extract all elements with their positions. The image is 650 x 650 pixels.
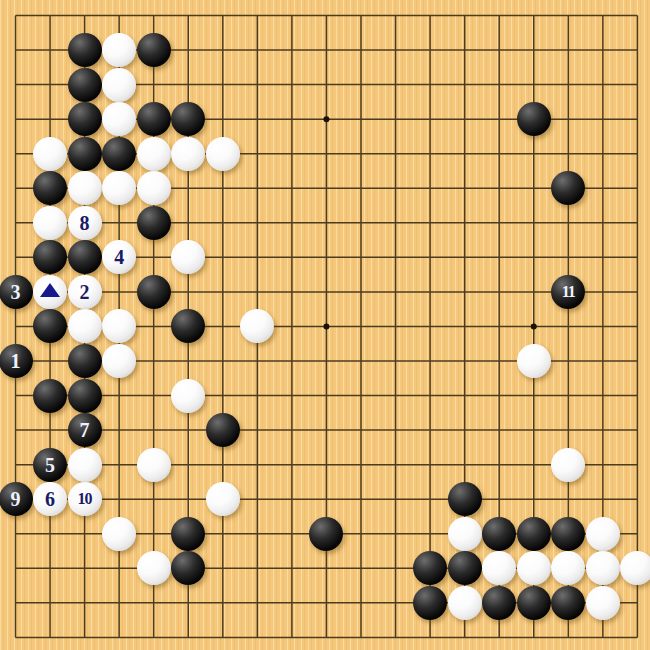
white-stone[interactable] [586,551,620,585]
triangle-marker-icon [40,283,60,297]
move-number-label: 1 [11,351,21,371]
move-number-label: 10 [78,491,92,507]
white-stone[interactable] [586,517,620,551]
black-stone[interactable] [68,379,102,413]
move-number-label: 7 [80,420,90,440]
white-stone[interactable] [551,448,585,482]
black-stone[interactable] [517,102,551,136]
star-point [323,323,329,329]
white-stone[interactable] [171,379,205,413]
white-stone[interactable] [102,33,136,67]
black-stone[interactable] [33,379,67,413]
black-stone[interactable] [482,517,516,551]
black-stone[interactable] [137,206,171,240]
black-stone[interactable] [102,137,136,171]
black-stone[interactable] [413,586,447,620]
black-stone[interactable]: 9 [0,482,33,516]
black-stone[interactable] [448,482,482,516]
white-stone[interactable] [137,448,171,482]
white-stone[interactable] [102,517,136,551]
white-stone[interactable] [33,137,67,171]
move-number-label: 9 [11,489,21,509]
black-stone[interactable] [68,240,102,274]
black-stone[interactable] [171,517,205,551]
move-number-label: 2 [80,282,90,302]
black-stone[interactable] [551,586,585,620]
black-stone[interactable] [68,344,102,378]
white-stone[interactable] [137,551,171,585]
white-stone[interactable] [33,275,67,309]
move-number-label: 11 [562,284,575,300]
black-stone[interactable] [137,33,171,67]
black-stone[interactable] [517,586,551,620]
white-stone[interactable] [448,586,482,620]
white-stone[interactable] [68,309,102,343]
go-board[interactable]: 8432111759610 [0,0,650,650]
white-stone[interactable] [517,344,551,378]
white-stone[interactable]: 10 [68,482,102,516]
black-stone[interactable] [68,137,102,171]
white-stone[interactable] [33,206,67,240]
white-stone[interactable] [206,137,240,171]
black-stone[interactable]: 3 [0,275,33,309]
white-stone[interactable] [448,517,482,551]
white-stone[interactable] [68,171,102,205]
black-stone[interactable] [448,551,482,585]
black-stone[interactable] [309,517,343,551]
black-stone[interactable] [482,586,516,620]
black-stone[interactable]: 7 [68,413,102,447]
black-stone[interactable] [517,517,551,551]
star-point [531,323,537,329]
move-number-label: 6 [45,489,55,509]
black-stone[interactable]: 5 [33,448,67,482]
move-number-label: 8 [80,213,90,233]
black-stone[interactable] [551,517,585,551]
white-stone[interactable]: 2 [68,275,102,309]
white-stone[interactable] [102,344,136,378]
black-stone[interactable] [137,102,171,136]
black-stone[interactable] [68,33,102,67]
white-stone[interactable] [171,137,205,171]
white-stone[interactable] [137,171,171,205]
white-stone[interactable] [137,137,171,171]
move-number-label: 5 [45,455,55,475]
white-stone[interactable] [206,482,240,516]
black-stone[interactable]: 11 [551,275,585,309]
black-stone[interactable] [137,275,171,309]
move-number-label: 4 [114,247,124,267]
white-stone[interactable]: 6 [33,482,67,516]
star-point [323,116,329,122]
white-stone[interactable] [102,68,136,102]
black-stone[interactable]: 1 [0,344,33,378]
white-stone[interactable] [586,586,620,620]
black-stone[interactable] [68,68,102,102]
white-stone[interactable] [517,551,551,585]
white-stone[interactable] [68,448,102,482]
move-number-label: 3 [11,282,21,302]
black-stone[interactable] [206,413,240,447]
white-stone[interactable]: 8 [68,206,102,240]
black-stone[interactable] [68,102,102,136]
white-stone[interactable] [620,551,650,585]
